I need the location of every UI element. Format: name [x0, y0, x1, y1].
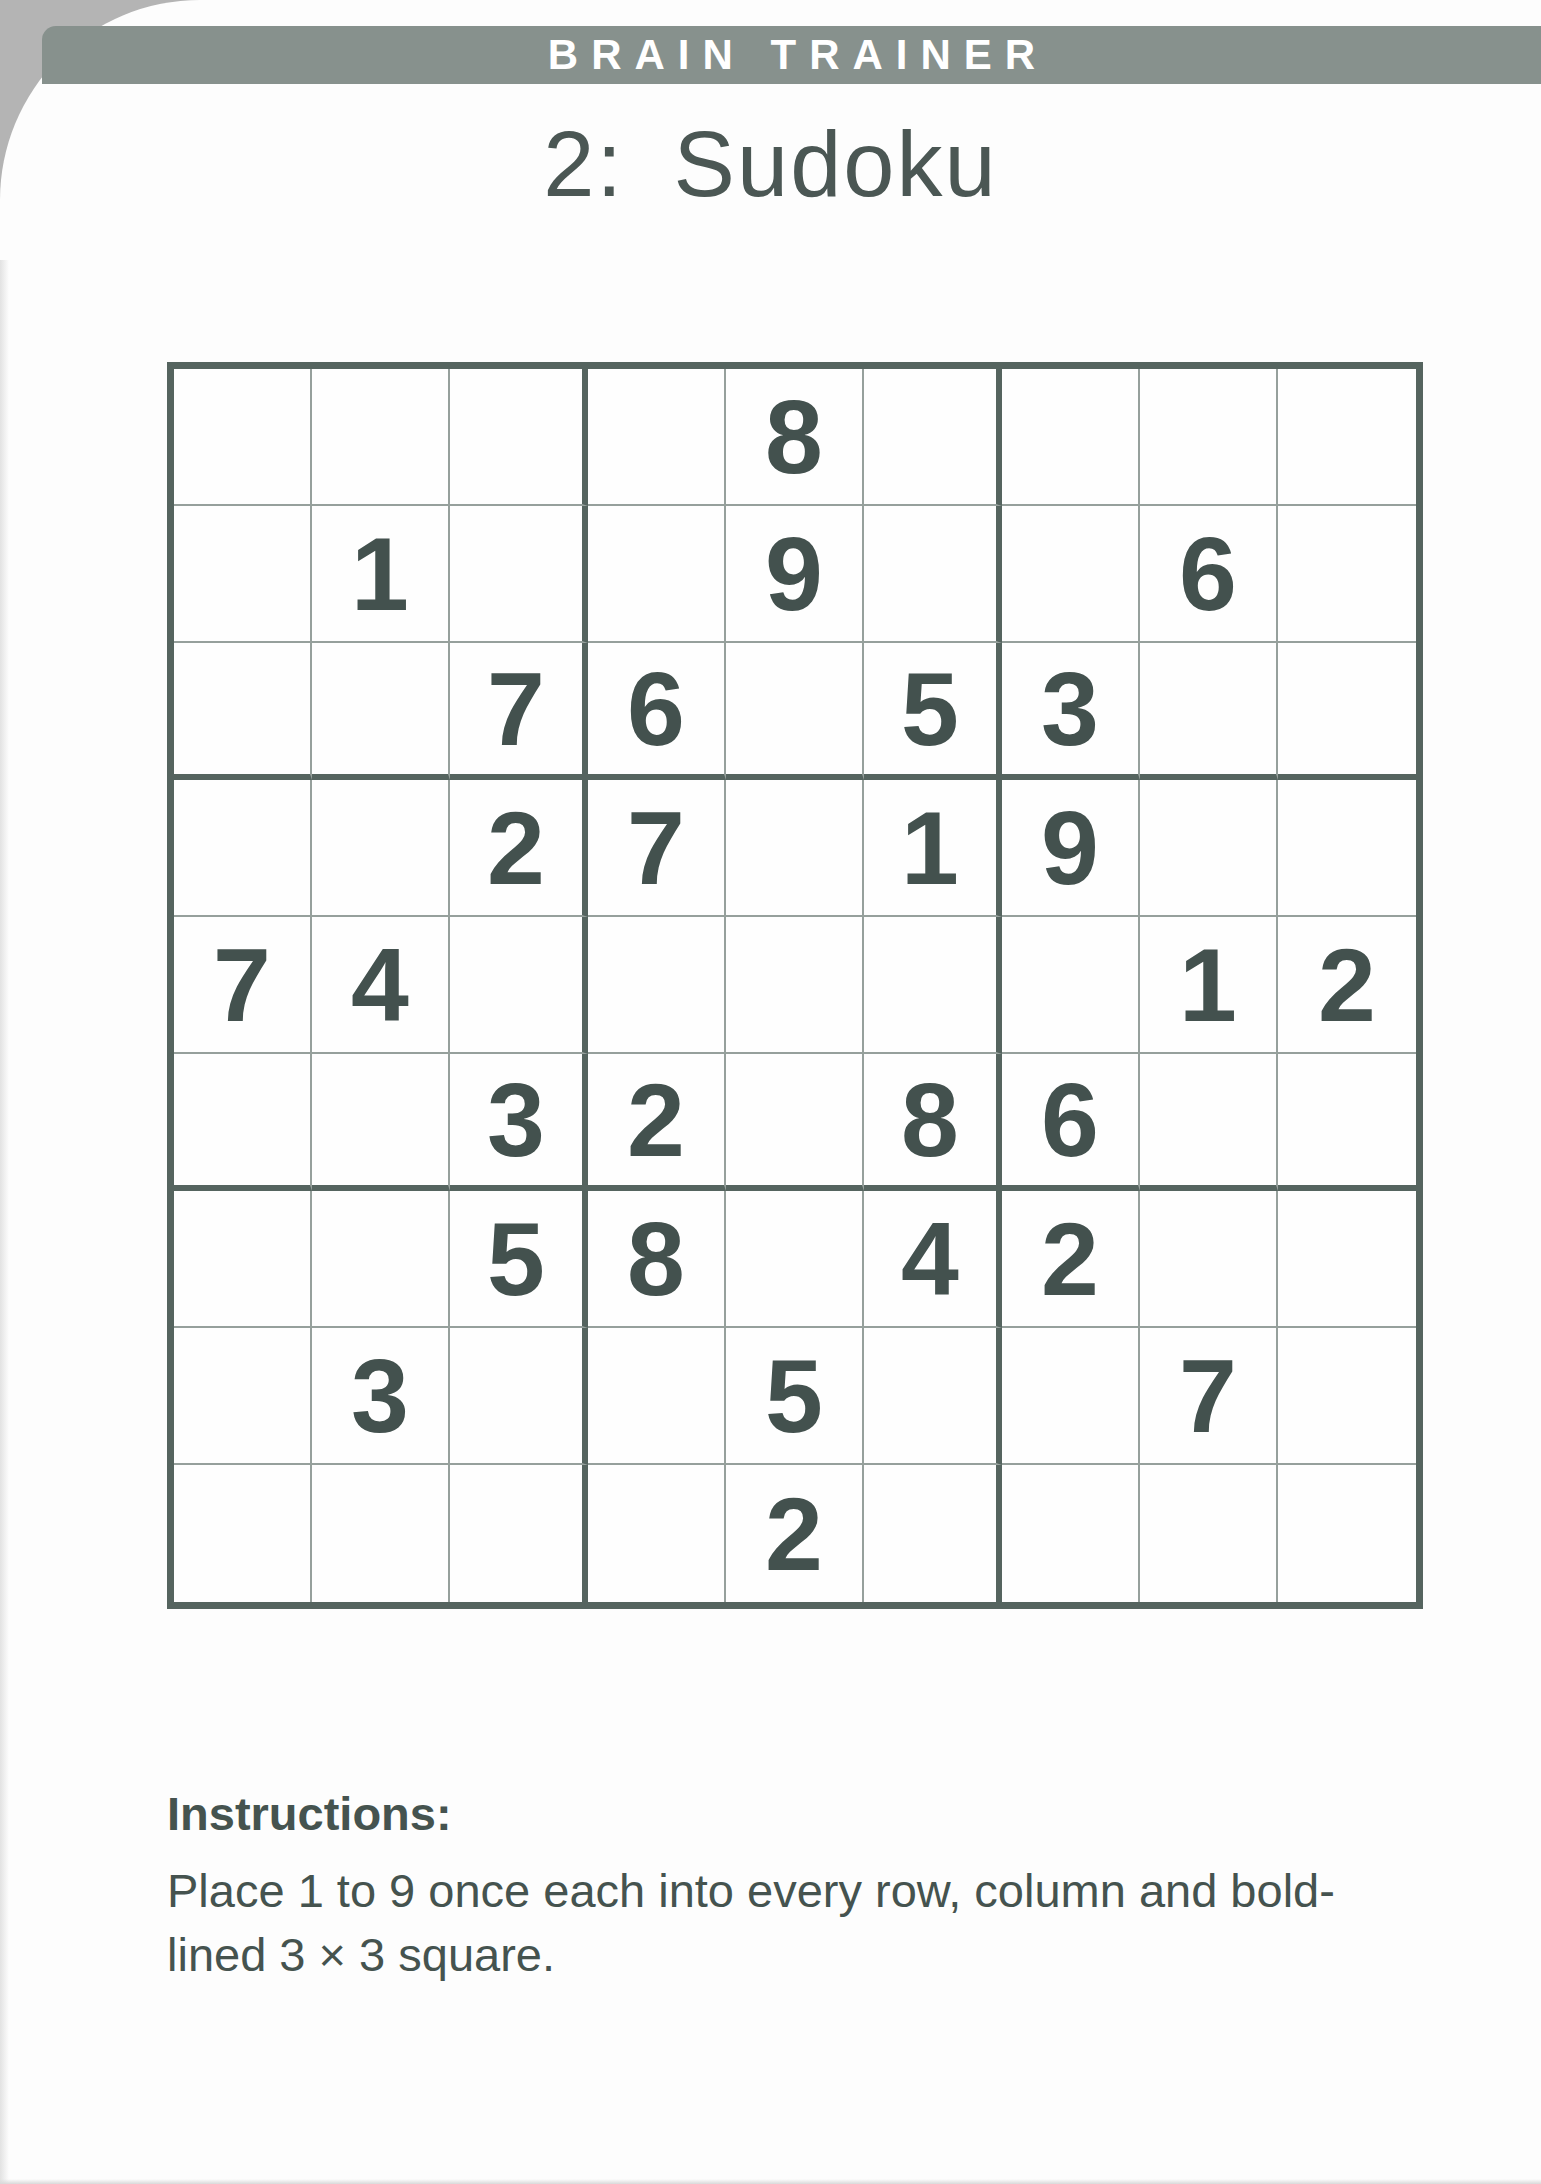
cell-r1c9[interactable]: [1278, 369, 1416, 506]
cell-r3c7: 3: [1002, 643, 1140, 780]
cell-r8c3[interactable]: [450, 1328, 588, 1465]
cell-r7c5[interactable]: [726, 1191, 864, 1328]
cell-r3c4: 6: [588, 643, 726, 780]
given-digit: 6: [1179, 522, 1237, 626]
given-digit: 2: [627, 1068, 685, 1172]
cell-r1c3[interactable]: [450, 369, 588, 506]
cell-r5c7[interactable]: [1002, 917, 1140, 1054]
given-digit: 5: [901, 657, 959, 761]
cell-r7c2[interactable]: [312, 1191, 450, 1328]
cell-r7c4: 8: [588, 1191, 726, 1328]
cell-r8c6[interactable]: [864, 1328, 1002, 1465]
given-digit: 2: [487, 796, 545, 900]
given-digit: 1: [351, 522, 409, 626]
cell-r6c9[interactable]: [1278, 1054, 1416, 1191]
cell-r1c8[interactable]: [1140, 369, 1278, 506]
cell-r4c7: 9: [1002, 780, 1140, 917]
cell-r1c4[interactable]: [588, 369, 726, 506]
cell-r1c7[interactable]: [1002, 369, 1140, 506]
given-digit: 8: [901, 1068, 959, 1172]
cell-r2c9[interactable]: [1278, 506, 1416, 643]
cell-r6c8[interactable]: [1140, 1054, 1278, 1191]
cell-r3c8[interactable]: [1140, 643, 1278, 780]
cell-r2c8: 6: [1140, 506, 1278, 643]
instructions: Instructions: Place 1 to 9 once each int…: [167, 1786, 1337, 1987]
given-digit: 1: [901, 796, 959, 900]
cell-r6c1[interactable]: [174, 1054, 312, 1191]
given-digit: 3: [351, 1344, 409, 1448]
cell-r4c6: 1: [864, 780, 1002, 917]
cell-r1c5: 8: [726, 369, 864, 506]
instructions-body: Place 1 to 9 once each into every row, c…: [167, 1859, 1337, 1987]
given-digit: 3: [1041, 657, 1099, 761]
cell-r7c6: 4: [864, 1191, 1002, 1328]
cell-r9c7[interactable]: [1002, 1465, 1140, 1602]
cell-r4c9[interactable]: [1278, 780, 1416, 917]
cell-r5c6[interactable]: [864, 917, 1002, 1054]
cell-r9c3[interactable]: [450, 1465, 588, 1602]
header-band: BRAIN TRAINER: [42, 26, 1541, 84]
instructions-heading: Instructions:: [167, 1786, 1337, 1841]
given-digit: 5: [765, 1344, 823, 1448]
cell-r8c2: 3: [312, 1328, 450, 1465]
cell-r9c1[interactable]: [174, 1465, 312, 1602]
page-title: 2: Sudoku: [0, 112, 1541, 217]
given-digit: 6: [1041, 1068, 1099, 1172]
cell-r3c6: 5: [864, 643, 1002, 780]
cell-r4c1[interactable]: [174, 780, 312, 917]
given-digit: 1: [1179, 933, 1237, 1037]
cell-r9c9[interactable]: [1278, 1465, 1416, 1602]
cell-r4c4: 7: [588, 780, 726, 917]
cell-r4c5[interactable]: [726, 780, 864, 917]
given-digit: 4: [351, 933, 409, 1037]
cell-r6c2[interactable]: [312, 1054, 450, 1191]
given-digit: 8: [765, 385, 823, 489]
given-digit: 2: [1041, 1207, 1099, 1311]
given-digit: 7: [213, 933, 271, 1037]
cell-r5c5[interactable]: [726, 917, 864, 1054]
cell-r8c1[interactable]: [174, 1328, 312, 1465]
cell-r1c6[interactable]: [864, 369, 1002, 506]
cell-r5c2: 4: [312, 917, 450, 1054]
cell-r7c1[interactable]: [174, 1191, 312, 1328]
given-digit: 4: [901, 1207, 959, 1311]
given-digit: 2: [1318, 933, 1376, 1037]
cell-r8c4[interactable]: [588, 1328, 726, 1465]
cell-r3c1[interactable]: [174, 643, 312, 780]
cell-r7c7: 2: [1002, 1191, 1140, 1328]
cell-r2c6[interactable]: [864, 506, 1002, 643]
page: BRAIN TRAINER 2: Sudoku 8196765327197412…: [0, 0, 1541, 2184]
cell-r2c7[interactable]: [1002, 506, 1140, 643]
cell-r8c7[interactable]: [1002, 1328, 1140, 1465]
cell-r8c5: 5: [726, 1328, 864, 1465]
cell-r7c9[interactable]: [1278, 1191, 1416, 1328]
cell-r9c8[interactable]: [1140, 1465, 1278, 1602]
given-digit: 2: [765, 1482, 823, 1586]
given-digit: 9: [1041, 796, 1099, 900]
cell-r4c8[interactable]: [1140, 780, 1278, 917]
scan-edge-bottom: [0, 2179, 1541, 2184]
cell-r4c3: 2: [450, 780, 588, 917]
cell-r5c4[interactable]: [588, 917, 726, 1054]
given-digit: 7: [627, 796, 685, 900]
header-band-label: BRAIN TRAINER: [535, 31, 1048, 79]
cell-r5c1: 7: [174, 917, 312, 1054]
cell-r6c6: 8: [864, 1054, 1002, 1191]
cell-r8c8: 7: [1140, 1328, 1278, 1465]
given-digit: 6: [627, 657, 685, 761]
given-digit: 5: [487, 1207, 545, 1311]
cell-r2c1[interactable]: [174, 506, 312, 643]
scan-edge-left: [0, 260, 9, 2184]
cell-r5c3[interactable]: [450, 917, 588, 1054]
given-digit: 7: [1179, 1344, 1237, 1448]
cell-r6c3: 3: [450, 1054, 588, 1191]
cell-r6c4: 2: [588, 1054, 726, 1191]
cell-r2c5: 9: [726, 506, 864, 643]
given-digit: 3: [487, 1068, 545, 1172]
cell-r8c9[interactable]: [1278, 1328, 1416, 1465]
cell-r9c2[interactable]: [312, 1465, 450, 1602]
cell-r2c2: 1: [312, 506, 450, 643]
cell-r7c3: 5: [450, 1191, 588, 1328]
cell-r6c5[interactable]: [726, 1054, 864, 1191]
cell-r9c4[interactable]: [588, 1465, 726, 1602]
cell-r2c4[interactable]: [588, 506, 726, 643]
cell-r9c5: 2: [726, 1465, 864, 1602]
cell-r9c6[interactable]: [864, 1465, 1002, 1602]
given-digit: 7: [487, 657, 545, 761]
cell-r3c3: 7: [450, 643, 588, 780]
cell-r3c5[interactable]: [726, 643, 864, 780]
cell-r1c1[interactable]: [174, 369, 312, 506]
sudoku-grid: 8196765327197412328658423572: [167, 362, 1423, 1609]
cell-r6c7: 6: [1002, 1054, 1140, 1191]
cell-r7c8[interactable]: [1140, 1191, 1278, 1328]
cell-r5c9: 2: [1278, 917, 1416, 1054]
cell-r1c2[interactable]: [312, 369, 450, 506]
cell-r5c8: 1: [1140, 917, 1278, 1054]
cell-r3c9[interactable]: [1278, 643, 1416, 780]
cell-r4c2[interactable]: [312, 780, 450, 917]
cell-r2c3[interactable]: [450, 506, 588, 643]
given-digit: 8: [627, 1207, 685, 1311]
cell-r3c2[interactable]: [312, 643, 450, 780]
given-digit: 9: [765, 522, 823, 626]
